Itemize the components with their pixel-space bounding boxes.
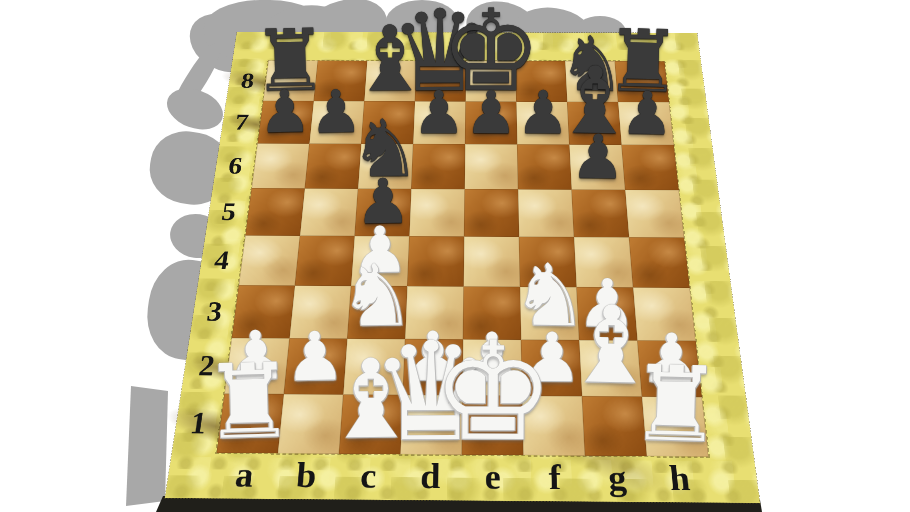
piece-black-pawn-a7: ♟	[258, 82, 312, 142]
piece-white-knight-c3: ♞	[338, 252, 416, 338]
piece-white-pawn-g3: ♟	[577, 270, 637, 337]
piece-black-pawn-g6: ♟	[570, 126, 626, 188]
piece-white-queen-d1: ♛	[370, 323, 493, 460]
piece-black-queen-d8: ♛	[390, 0, 491, 108]
piece-white-king-e1: ♚	[431, 324, 554, 461]
piece-black-rook-h8: ♜	[603, 18, 682, 105]
piece-black-bishop-c8: ♝	[349, 14, 431, 105]
piece-white-pawn-b2: ♟	[284, 322, 346, 391]
piece-white-bishop-g2: ♝	[562, 291, 659, 399]
piece-white-pawn-a2: ♟	[225, 322, 287, 391]
piece-black-bishop-g7: ♝	[552, 54, 637, 148]
piece-white-pawn-d2: ♟	[403, 323, 464, 391]
pieces-layer: ♜♝♛♚♞♜♟♟♟♟♟♝♟♞♟♟♟♞♞♟♟♟♟♟♟♝♟♜♝♛♚♜	[0, 0, 910, 512]
piece-white-rook-a1: ♜	[202, 350, 297, 455]
piece-black-pawn-e7: ♟	[464, 83, 517, 142]
piece-black-king-e8: ♚	[440, 0, 542, 108]
piece-black-pawn-b7: ♟	[309, 82, 363, 142]
piece-white-pawn-h2: ♟	[639, 324, 702, 394]
piece-white-rook-h1: ♜	[628, 352, 724, 458]
piece-black-knight-c6: ♞	[349, 110, 421, 190]
piece-white-pawn-e2: ♟	[462, 324, 523, 392]
piece-black-rook-a8: ♜	[251, 18, 329, 104]
piece-white-pawn-c4: ♟	[351, 219, 409, 283]
piece-black-pawn-c5: ♟	[354, 171, 410, 234]
piece-black-pawn-f7: ♟	[516, 83, 570, 143]
piece-black-pawn-d7: ♟	[413, 83, 466, 142]
piece-black-pawn-h7: ♟	[619, 83, 674, 144]
piece-white-bishop-c1: ♝	[321, 346, 420, 456]
piece-white-knight-f3: ♞	[511, 253, 589, 340]
piece-white-pawn-f2: ♟	[521, 324, 583, 393]
scene: 87654321abcdefgh ♜♝♛♚♞♜♟♟♟♟♟♝♟♞♟♟♟♞♞♟♟♟♟…	[0, 0, 910, 512]
piece-black-knight-g8: ♞	[557, 27, 626, 104]
